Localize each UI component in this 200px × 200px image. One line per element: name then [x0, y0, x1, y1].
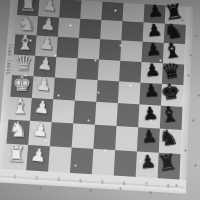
piece-bP-d7[interactable]: ♟ — [144, 61, 161, 79]
rank-label-8: 8 — [157, 182, 179, 189]
square-c3[interactable] — [56, 37, 79, 58]
square-b5[interactable] — [100, 20, 122, 40]
square-c6[interactable] — [120, 40, 142, 61]
square-g4[interactable] — [72, 123, 95, 148]
piece-wB-f1[interactable]: ♝ — [10, 96, 30, 117]
piece-bP-h7[interactable]: ♟ — [139, 152, 157, 171]
square-f5[interactable] — [95, 101, 118, 125]
square-a5[interactable] — [101, 2, 123, 21]
square-d6[interactable] — [119, 60, 141, 82]
piece-wB-c1[interactable]: ♝ — [15, 33, 35, 53]
piece-bB-f8[interactable]: ♝ — [158, 103, 181, 127]
square-h4[interactable] — [70, 147, 93, 174]
square-b6[interactable] — [121, 21, 143, 42]
square-f4[interactable] — [73, 100, 96, 124]
piece-bP-g7[interactable]: ♟ — [140, 127, 158, 146]
square-e4[interactable] — [75, 78, 98, 101]
square-e3[interactable] — [53, 77, 76, 100]
square-g5[interactable] — [93, 124, 116, 149]
square-d4[interactable] — [76, 58, 99, 80]
piece-bP-b7[interactable]: ♟ — [146, 21, 163, 39]
piece-wP-h2[interactable]: ♟ — [29, 145, 47, 164]
square-a4[interactable] — [80, 1, 102, 20]
piece-wP-g2[interactable]: ♟ — [31, 121, 49, 140]
square-e7[interactable]: ♟ — [139, 82, 162, 105]
square-d3[interactable] — [55, 57, 78, 79]
photo-noise-dark — [0, 0, 1, 1]
rank-label-7: 7 — [135, 180, 157, 187]
square-b3[interactable] — [58, 17, 80, 37]
piece-bP-e7[interactable]: ♟ — [143, 82, 160, 100]
square-h2[interactable]: ♟ — [26, 144, 50, 171]
piece-wQ-d1[interactable]: ♛ — [14, 53, 34, 74]
square-e6[interactable] — [118, 81, 141, 104]
square-g1[interactable]: ♞ — [6, 119, 30, 144]
piece-wP-e2[interactable]: ♟ — [35, 75, 53, 94]
square-f7[interactable]: ♟ — [138, 104, 161, 128]
piece-wR-h1[interactable]: ♜ — [6, 144, 26, 166]
rank-label-3: 3 — [47, 175, 69, 182]
square-f3[interactable] — [52, 99, 75, 123]
square-g2[interactable]: ♟ — [28, 120, 51, 145]
square-a6[interactable] — [122, 3, 144, 22]
piece-wK-e1[interactable]: ♚ — [12, 74, 32, 95]
square-h3[interactable] — [48, 146, 72, 173]
rank-label-4: 4 — [69, 176, 91, 183]
piece-wP-d2[interactable]: ♟ — [36, 54, 54, 73]
square-g7[interactable]: ♟ — [137, 127, 160, 152]
square-b4[interactable] — [79, 19, 101, 39]
square-h6[interactable] — [114, 150, 137, 177]
piece-wP-a2[interactable]: ♟ — [41, 0, 59, 14]
chessboard-photo: CLAS-CHESS ♜♟♟♜♞♟♟♞♝♟♟♝♛♟♟♛♚♟♟♚♝♟♟♝♞♟♟♞♜… — [0, 0, 200, 200]
piece-wP-b2[interactable]: ♟ — [39, 15, 57, 33]
chessboard: CLAS-CHESS ♜♟♟♜♞♟♟♞♝♟♟♝♛♟♟♛♚♟♟♚♝♟♟♝♞♟♟♞♜… — [0, 0, 193, 193]
square-h5[interactable] — [92, 148, 115, 175]
piece-bR-h8[interactable]: ♜ — [156, 151, 179, 175]
square-g6[interactable] — [115, 126, 138, 151]
square-a3[interactable] — [59, 0, 81, 19]
piece-wP-f2[interactable]: ♟ — [33, 97, 51, 116]
piece-wP-c2[interactable]: ♟ — [38, 34, 56, 52]
rank-label-1: 1 — [4, 172, 26, 179]
square-g3[interactable] — [50, 122, 73, 147]
square-f6[interactable] — [117, 103, 140, 127]
square-h1[interactable]: ♜ — [4, 143, 28, 170]
rank-label-5: 5 — [91, 178, 113, 185]
piece-bP-f7[interactable]: ♟ — [142, 104, 159, 122]
square-c4[interactable] — [78, 38, 101, 59]
photo-noise-light — [0, 0, 1, 1]
square-e5[interactable] — [96, 80, 119, 103]
piece-bK-e8[interactable]: ♚ — [159, 81, 182, 104]
piece-bP-a7[interactable]: ♟ — [147, 2, 164, 19]
piece-bN-g8[interactable]: ♞ — [157, 126, 180, 150]
piece-bP-c7[interactable]: ♟ — [145, 40, 162, 58]
square-d5[interactable] — [98, 59, 121, 81]
rank-label-6: 6 — [113, 179, 135, 186]
square-c5[interactable] — [99, 39, 121, 60]
piece-wN-g1[interactable]: ♞ — [8, 119, 28, 140]
square-h8[interactable]: ♜ — [158, 152, 181, 179]
rank-label-2: 2 — [25, 174, 47, 181]
board-squares: ♜♟♟♜♞♟♟♞♝♟♟♝♛♟♟♛♚♟♟♚♝♟♟♝♞♟♟♞♜♟♟♜ — [4, 0, 186, 179]
